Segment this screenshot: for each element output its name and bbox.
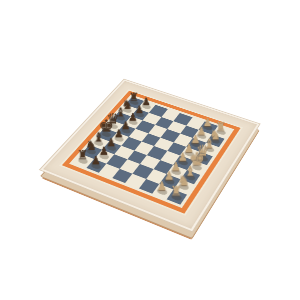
piece-light-rook-h1: ♜ [161, 184, 191, 197]
chess-board: ♜♞♝♛♚♝♞♜♟♟♟♟♟♟♟♟♟♟♟♟♟♟♟♟♜♞♝♛♚♝♞♜ [39, 79, 261, 233]
chess-set-product-photo: ♜♞♝♛♚♝♞♜♟♟♟♟♟♟♟♟♟♟♟♟♟♟♟♟♜♞♝♛♚♝♞♜ [0, 0, 300, 300]
piece-dark-pawn-h7: ♟ [81, 155, 110, 166]
